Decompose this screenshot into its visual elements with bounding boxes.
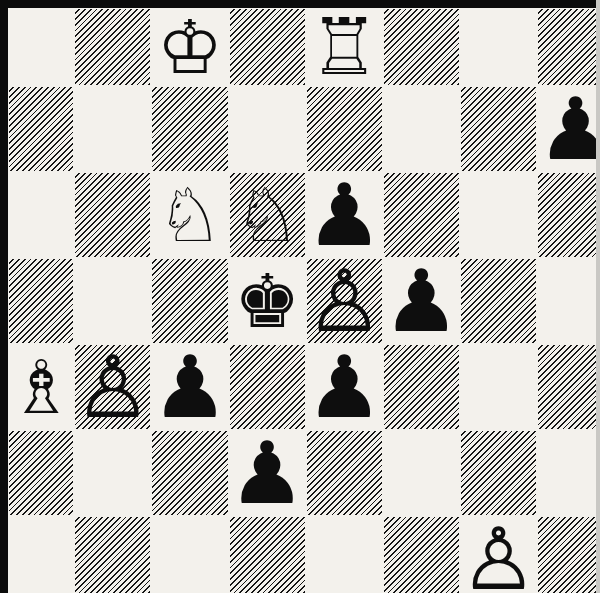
square-h2 [537, 516, 600, 593]
square-f4 [383, 344, 460, 430]
square-c5 [151, 258, 228, 344]
square-c2 [151, 516, 228, 593]
square-a2 [8, 516, 74, 593]
square-h7: ♟ [537, 86, 600, 172]
white-king: ♔ [157, 10, 223, 84]
square-e2 [306, 516, 383, 593]
square-g8 [460, 8, 537, 86]
square-d3: ♟ [229, 430, 306, 516]
square-a6 [8, 172, 74, 258]
square-f2 [383, 516, 460, 593]
black-pawn: ♟ [537, 86, 600, 172]
square-e8: ♖ [306, 8, 383, 86]
scan-edge-strip [596, 0, 600, 593]
square-g2: ♙ [460, 516, 537, 593]
square-g3 [460, 430, 537, 516]
black-pawn: ♟ [151, 344, 228, 430]
square-b3 [74, 430, 151, 516]
square-c7 [151, 86, 228, 172]
square-a8 [8, 8, 74, 86]
square-g5 [460, 258, 537, 344]
square-a3 [8, 430, 74, 516]
square-h6 [537, 172, 600, 258]
square-e5: ♙ [306, 258, 383, 344]
black-pawn: ♟ [383, 258, 460, 344]
square-d2 [229, 516, 306, 593]
square-h5 [537, 258, 600, 344]
square-c4: ♟ [151, 344, 228, 430]
square-b6 [74, 172, 151, 258]
square-b2 [74, 516, 151, 593]
square-b7 [74, 86, 151, 172]
square-g6 [460, 172, 537, 258]
white-knight: ♘ [234, 178, 300, 252]
square-d8 [229, 8, 306, 86]
square-a7 [8, 86, 74, 172]
square-d6: ♘ [229, 172, 306, 258]
square-f8 [383, 8, 460, 86]
square-h8 [537, 8, 600, 86]
square-b4: ♙ [74, 344, 151, 430]
square-e4: ♟ [306, 344, 383, 430]
white-bishop: ♗ [8, 350, 74, 424]
black-pawn: ♟ [229, 430, 306, 516]
square-b5 [74, 258, 151, 344]
square-f6 [383, 172, 460, 258]
square-d7 [229, 86, 306, 172]
black-king: ♚ [234, 264, 300, 338]
white-pawn: ♙ [460, 516, 537, 593]
square-a4: ♗ [8, 344, 74, 430]
square-e3 [306, 430, 383, 516]
black-pawn: ♟ [306, 172, 383, 258]
white-pawn: ♙ [306, 258, 383, 344]
square-c6: ♘ [151, 172, 228, 258]
white-pawn: ♙ [74, 344, 151, 430]
square-d4 [229, 344, 306, 430]
white-knight: ♘ [157, 178, 223, 252]
chess-board: ♔♖♟♘♘♟♚♙♟♗♙♟♟♟♙♛♕♜ [8, 8, 583, 585]
square-f5: ♟ [383, 258, 460, 344]
square-g4 [460, 344, 537, 430]
square-c3 [151, 430, 228, 516]
white-rook: ♖ [309, 8, 379, 86]
square-e7 [306, 86, 383, 172]
square-d5: ♚ [229, 258, 306, 344]
square-h4 [537, 344, 600, 430]
square-e6: ♟ [306, 172, 383, 258]
square-f3 [383, 430, 460, 516]
black-pawn: ♟ [306, 344, 383, 430]
square-g7 [460, 86, 537, 172]
square-b8 [74, 8, 151, 86]
square-h3 [537, 430, 600, 516]
square-a5 [8, 258, 74, 344]
square-c8: ♔ [151, 8, 228, 86]
chess-diagram-page: ♔♖♟♘♘♟♚♙♟♗♙♟♟♟♙♛♕♜ [0, 0, 600, 593]
square-f7 [383, 86, 460, 172]
